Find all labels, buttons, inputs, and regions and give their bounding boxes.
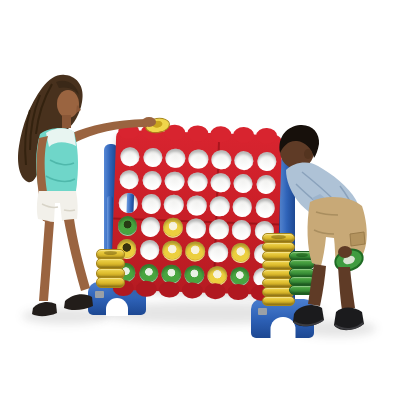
boy-far-leg [338, 267, 355, 310]
boy-hand [338, 246, 352, 258]
slot-r1c4 [188, 149, 208, 169]
panel-bottom-scallop [182, 282, 204, 299]
slot-r4c5 [209, 219, 229, 239]
girl-hand-on-ring [142, 117, 156, 127]
slot-r3c3 [164, 195, 184, 215]
scene [0, 0, 400, 400]
girl-right-sandal [64, 294, 93, 310]
slot-r3c5 [210, 196, 230, 216]
panel-bottom-scallop [159, 281, 181, 298]
slot-r1c3 [165, 148, 185, 168]
panel-top-scallop [210, 126, 232, 143]
panel-bottom-scallop [227, 284, 249, 301]
slot-r5c6 [231, 243, 251, 263]
slot-r5c3 [162, 241, 182, 261]
panel-top-scallop [187, 125, 209, 142]
slot-r4c4 [186, 218, 206, 238]
slot-r2c3 [165, 171, 185, 191]
slot-r2c4 [187, 172, 207, 192]
girl-extended-arm [70, 119, 147, 143]
slot-r2c5 [210, 173, 230, 193]
girl-player [10, 70, 160, 330]
slot-r5c5 [208, 242, 228, 262]
girl-right-leg [64, 219, 90, 291]
girl-neck [62, 115, 71, 128]
girl-face [57, 90, 79, 118]
slot-r5c4 [185, 242, 205, 262]
boy-near-leg [308, 264, 326, 306]
boy-ear [304, 149, 312, 159]
slot-r4c3 [163, 218, 183, 238]
slot-r4c6 [232, 220, 252, 240]
girl-left-sandal [32, 302, 57, 316]
boy-player [250, 120, 380, 345]
slot-r3c4 [187, 195, 207, 215]
panel-bottom-scallop [205, 283, 227, 300]
slot-r1c5 [211, 150, 231, 170]
girl-left-leg [39, 221, 54, 301]
boy-cargo-pocket [350, 232, 365, 246]
